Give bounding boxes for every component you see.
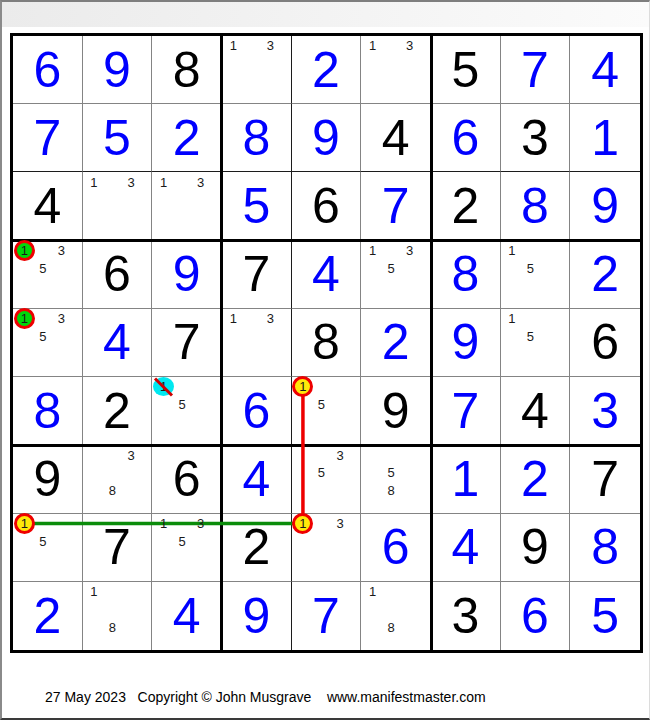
given-digit: 6: [152, 445, 221, 512]
cell-r1c5[interactable]: 2: [292, 36, 362, 104]
given-digit: 4: [501, 377, 570, 444]
pencil-mark-3: 3: [400, 37, 419, 55]
given-digit: 7: [83, 514, 152, 581]
solved-digit: 8: [501, 172, 570, 239]
pencil-mark-1: 1: [154, 515, 173, 533]
cell-r3c6[interactable]: 7: [361, 172, 431, 240]
cell-r7c6[interactable]: 58: [361, 445, 431, 513]
cell-r6c9[interactable]: 3: [570, 377, 640, 445]
title-bar: [2, 2, 649, 27]
cell-r5c6[interactable]: 2: [361, 309, 431, 377]
cell-r8c2[interactable]: 7: [83, 514, 153, 582]
solved-digit: 5: [570, 582, 640, 650]
cell-r1c2[interactable]: 9: [83, 36, 153, 104]
cell-r1c9[interactable]: 4: [570, 36, 640, 104]
pencil-mark-3: 3: [331, 515, 350, 533]
solved-digit: 2: [13, 582, 82, 650]
cell-r6c8[interactable]: 4: [501, 377, 571, 445]
given-digit: 5: [431, 36, 500, 103]
given-digit: 7: [222, 241, 291, 308]
solved-digit: 9: [222, 582, 291, 650]
cell-r9c3[interactable]: 4: [152, 582, 222, 650]
pencil-grid: 135: [363, 242, 419, 295]
cell-r8c6[interactable]: 6: [361, 514, 431, 582]
solved-digit: 4: [152, 582, 221, 650]
solved-digit: 1: [570, 104, 640, 171]
pencil-mark-1-yellow-circle: 1: [294, 378, 313, 396]
cell-r6c6[interactable]: 9: [361, 377, 431, 445]
solved-digit: 2: [501, 445, 570, 512]
pencil-mark-1-green-circle: 1: [15, 242, 34, 260]
pencil-grid: 13: [154, 173, 210, 226]
pencil-grid: 15: [15, 515, 71, 568]
solved-digit: 6: [431, 104, 500, 171]
cell-r7c2[interactable]: 38: [83, 445, 153, 513]
cell-r5c2[interactable]: 4: [83, 309, 153, 377]
solved-digit: 3: [570, 377, 640, 444]
pencil-grid: 13: [294, 515, 350, 568]
cell-r4c8[interactable]: 15: [501, 241, 571, 309]
given-digit: 4: [13, 172, 82, 239]
cell-r5c5[interactable]: 8: [292, 309, 362, 377]
cell-r7c3[interactable]: 6: [152, 445, 222, 513]
given-digit: 6: [292, 172, 361, 239]
cell-r1c7[interactable]: 5: [431, 36, 501, 104]
pencil-mark-8: 8: [103, 482, 122, 500]
pencil-grid: 13: [224, 37, 280, 90]
pencil-mark-3: 3: [261, 310, 280, 328]
pencil-mark-8: 8: [382, 619, 401, 637]
solved-digit: 5: [222, 172, 291, 239]
given-digit: 9: [13, 445, 82, 512]
pencil-mark-1: 1: [503, 242, 522, 260]
given-digit: 4: [361, 104, 430, 171]
cell-r4c6[interactable]: 135: [361, 241, 431, 309]
cell-r5c1[interactable]: 135: [13, 309, 83, 377]
cell-r9c5[interactable]: 7: [292, 582, 362, 650]
cell-r8c3[interactable]: 135: [152, 514, 222, 582]
pencil-mark-1: 1: [154, 173, 173, 191]
solved-digit: 4: [570, 36, 640, 103]
pencil-grid: 135: [15, 242, 71, 295]
cell-r4c7[interactable]: 8: [431, 241, 501, 309]
solved-digit: 4: [292, 241, 361, 308]
cell-r5c9[interactable]: 6: [570, 309, 640, 377]
cell-r2c8[interactable]: 3: [501, 104, 571, 172]
cell-r4c1[interactable]: 135: [13, 241, 83, 309]
cell-r2c6[interactable]: 4: [361, 104, 431, 172]
given-digit: 6: [570, 309, 640, 376]
solved-digit: 4: [431, 514, 500, 581]
cell-r8c8[interactable]: 9: [501, 514, 571, 582]
cell-r8c5[interactable]: 13: [292, 514, 362, 582]
pencil-grid: 18: [85, 583, 141, 637]
cell-r2c1[interactable]: 7: [13, 104, 83, 172]
cell-r6c5[interactable]: 15: [292, 377, 362, 445]
solved-digit: 5: [83, 104, 152, 171]
solved-digit: 9: [570, 172, 640, 239]
pencil-grid: 58: [363, 446, 419, 499]
given-digit: 2: [83, 377, 152, 444]
pencil-mark-1-green-circle: 1: [15, 310, 34, 328]
box-divider-horizontal-2: [13, 444, 640, 447]
given-digit: 8: [152, 36, 221, 103]
pencil-grid: 35: [294, 446, 350, 499]
cell-r8c7[interactable]: 4: [431, 514, 501, 582]
pencil-mark-5: 5: [173, 532, 192, 550]
cell-r3c2[interactable]: 13: [83, 172, 153, 240]
solved-digit: 8: [13, 377, 82, 444]
given-digit: 2: [222, 514, 291, 581]
pencil-mark-3: 3: [400, 242, 419, 260]
pencil-mark-1-yellow-circle: 1: [15, 515, 34, 533]
cell-r3c1[interactable]: 4: [13, 172, 83, 240]
cell-r2c7[interactable]: 6: [431, 104, 501, 172]
cell-r2c3[interactable]: 2: [152, 104, 222, 172]
pencil-grid: 13: [363, 37, 419, 90]
cell-r9c7[interactable]: 3: [431, 582, 501, 650]
sudoku-board: 6981321357475289463141313567289135697413…: [10, 33, 643, 653]
cell-r3c9[interactable]: 9: [570, 172, 640, 240]
given-digit: 8: [292, 309, 361, 376]
solved-digit: 2: [152, 104, 221, 171]
pencil-mark-3: 3: [261, 37, 280, 55]
pencil-grid: 13: [85, 173, 141, 226]
pencil-mark-1: 1: [363, 583, 382, 601]
cell-r7c1[interactable]: 9: [13, 445, 83, 513]
pencil-mark-5: 5: [312, 464, 331, 482]
pencil-mark-5: 5: [34, 532, 53, 550]
pencil-mark-8: 8: [382, 482, 401, 500]
solved-digit: 9: [152, 241, 221, 308]
solved-digit: 8: [570, 514, 640, 581]
pencil-grid: 135: [154, 515, 210, 568]
pencil-mark-1: 1: [224, 310, 243, 328]
pencil-mark-1: 1: [85, 583, 104, 601]
cell-r7c4[interactable]: 4: [222, 445, 292, 513]
pencil-mark-5: 5: [382, 259, 401, 277]
cell-r4c3[interactable]: 9: [152, 241, 222, 309]
pencil-mark-3: 3: [122, 173, 141, 191]
pencil-mark-3: 3: [122, 446, 141, 464]
solved-digit: 4: [83, 309, 152, 376]
cell-r1c4[interactable]: 13: [222, 36, 292, 104]
given-digit: 7: [570, 445, 640, 512]
solved-digit: 4: [222, 445, 291, 512]
pencil-mark-3: 3: [52, 242, 71, 260]
pencil-mark-3: 3: [191, 515, 210, 533]
cell-r1c6[interactable]: 13: [361, 36, 431, 104]
cell-r8c4[interactable]: 2: [222, 514, 292, 582]
solved-digit: 2: [570, 241, 640, 308]
pencil-grid: 38: [85, 446, 141, 499]
cell-r9c1[interactable]: 2: [13, 582, 83, 650]
cell-r5c3[interactable]: 7: [152, 309, 222, 377]
pencil-mark-5: 5: [521, 259, 540, 277]
solved-digit: 9: [292, 104, 361, 171]
solved-digit: 1: [431, 445, 500, 512]
cell-r2c5[interactable]: 9: [292, 104, 362, 172]
box-divider-vertical-1: [220, 36, 223, 650]
cell-r7c7[interactable]: 1: [431, 445, 501, 513]
solved-digit: 2: [292, 36, 361, 103]
given-digit: 9: [361, 377, 430, 444]
pencil-grid: 15: [154, 378, 210, 431]
cell-r9c6[interactable]: 18: [361, 582, 431, 650]
cell-r4c4[interactable]: 7: [222, 241, 292, 309]
grid-cells: 6981321357475289463141313567289135697413…: [13, 36, 640, 650]
solved-digit: 7: [361, 172, 430, 239]
solved-digit: 9: [83, 36, 152, 103]
cell-r1c8[interactable]: 7: [501, 36, 571, 104]
cell-r3c4[interactable]: 5: [222, 172, 292, 240]
cell-r5c4[interactable]: 13: [222, 309, 292, 377]
pencil-mark-5: 5: [312, 396, 331, 414]
cell-r5c7[interactable]: 9: [431, 309, 501, 377]
pencil-grid: 15: [294, 378, 350, 431]
solved-digit: 8: [222, 104, 291, 171]
pencil-mark-5: 5: [34, 259, 53, 277]
given-digit: 2: [431, 172, 500, 239]
solved-digit: 2: [361, 309, 430, 376]
pencil-mark-3: 3: [191, 173, 210, 191]
cell-r2c4[interactable]: 8: [222, 104, 292, 172]
cell-r6c7[interactable]: 7: [431, 377, 501, 445]
cell-r3c3[interactable]: 13: [152, 172, 222, 240]
pencil-mark-3: 3: [52, 310, 71, 328]
pencil-mark-1-eliminated: 1: [154, 378, 173, 396]
solved-digit: 7: [431, 377, 500, 444]
cell-r2c9[interactable]: 1: [570, 104, 640, 172]
cell-r6c2[interactable]: 2: [83, 377, 153, 445]
footer-text: 27 May 2023 Copyright © John Musgrave ww…: [45, 689, 486, 705]
solved-digit: 7: [292, 582, 361, 650]
pencil-grid: 15: [503, 310, 559, 363]
cell-r5c8[interactable]: 15: [501, 309, 571, 377]
box-divider-vertical-2: [430, 36, 433, 650]
pencil-mark-5: 5: [382, 464, 401, 482]
cell-r3c7[interactable]: 2: [431, 172, 501, 240]
cell-r1c1[interactable]: 6: [13, 36, 83, 104]
cell-r9c9[interactable]: 5: [570, 582, 640, 650]
pencil-mark-5: 5: [521, 328, 540, 346]
solved-digit: 9: [431, 309, 500, 376]
given-digit: 3: [501, 104, 570, 171]
cell-r6c3[interactable]: 15: [152, 377, 222, 445]
cell-r6c4[interactable]: 6: [222, 377, 292, 445]
pencil-mark-1: 1: [363, 37, 382, 55]
cell-r9c4[interactable]: 9: [222, 582, 292, 650]
cell-r4c5[interactable]: 4: [292, 241, 362, 309]
cell-r7c9[interactable]: 7: [570, 445, 640, 513]
pencil-mark-1-yellow-circle: 1: [294, 515, 313, 533]
cell-r1c3[interactable]: 8: [152, 36, 222, 104]
app-window: 6981321357475289463141313567289135697413…: [0, 0, 650, 720]
pencil-grid: 15: [503, 242, 559, 295]
pencil-mark-1: 1: [503, 310, 522, 328]
pencil-mark-1: 1: [363, 242, 382, 260]
pencil-mark-8: 8: [103, 619, 122, 637]
solved-digit: 6: [222, 377, 291, 444]
solved-digit: 7: [501, 36, 570, 103]
cell-r6c1[interactable]: 8: [13, 377, 83, 445]
solved-digit: 6: [501, 582, 570, 650]
pencil-grid: 13: [224, 310, 280, 363]
pencil-grid: 135: [15, 310, 71, 363]
solved-digit: 6: [361, 514, 430, 581]
given-digit: 6: [83, 241, 152, 308]
pencil-mark-5: 5: [173, 396, 192, 414]
pencil-grid: 18: [363, 583, 419, 637]
solved-digit: 7: [13, 104, 82, 171]
pencil-mark-1: 1: [85, 173, 104, 191]
cell-r9c8[interactable]: 6: [501, 582, 571, 650]
cell-r4c9[interactable]: 2: [570, 241, 640, 309]
cell-r2c2[interactable]: 5: [83, 104, 153, 172]
pencil-mark-5: 5: [34, 328, 53, 346]
cell-r3c8[interactable]: 8: [501, 172, 571, 240]
given-digit: 3: [431, 582, 500, 650]
cell-r8c1[interactable]: 15: [13, 514, 83, 582]
solved-digit: 8: [431, 241, 500, 308]
given-digit: 7: [152, 309, 221, 376]
cell-r7c8[interactable]: 2: [501, 445, 571, 513]
cell-r4c2[interactable]: 6: [83, 241, 153, 309]
cell-r7c5[interactable]: 35: [292, 445, 362, 513]
cell-r3c5[interactable]: 6: [292, 172, 362, 240]
solved-digit: 6: [13, 36, 82, 103]
pencil-mark-1: 1: [224, 37, 243, 55]
cell-r8c9[interactable]: 8: [570, 514, 640, 582]
pencil-mark-3: 3: [331, 446, 350, 464]
box-divider-horizontal-1: [13, 239, 640, 242]
given-digit: 9: [501, 514, 570, 581]
cell-r9c2[interactable]: 18: [83, 582, 153, 650]
